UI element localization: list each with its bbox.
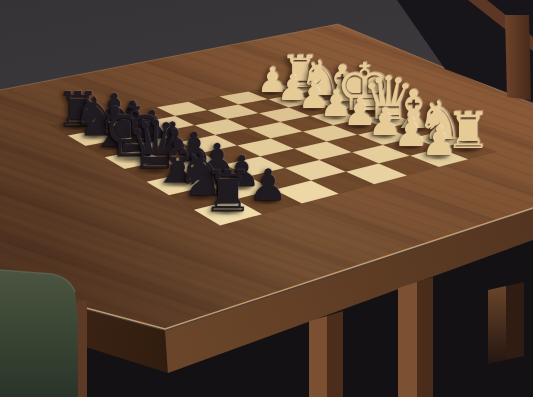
table-leg-back-right xyxy=(488,286,506,364)
table-leg-back-right-side xyxy=(506,282,524,360)
scene xyxy=(0,0,533,397)
table-leg-right-side xyxy=(417,277,433,397)
chess-table-photo: ♜♞♝♛♚♝♞♜♟♟♟♟♟♟♟♟♟♟♟♟♟♟♟♟♜♞♝♛♚♝♞♜ xyxy=(0,0,533,397)
chair-post xyxy=(505,15,531,100)
table-leg-front-side xyxy=(327,311,343,397)
table-leg-front xyxy=(309,316,327,397)
table-leg-right xyxy=(398,282,417,397)
armchair-seat xyxy=(0,270,78,397)
